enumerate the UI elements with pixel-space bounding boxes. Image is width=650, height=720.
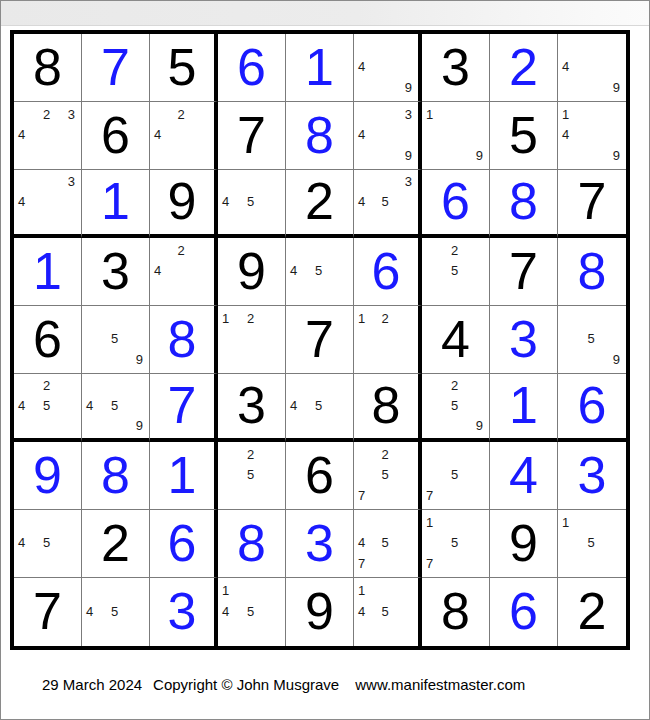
pencil-marks: 45	[86, 580, 143, 643]
cell-r7c4[interactable]: 25	[218, 442, 286, 510]
cell-r9c1[interactable]: 7	[14, 578, 82, 646]
cell-r5c8[interactable]: 3	[490, 306, 558, 374]
solved-digit: 6	[509, 585, 538, 639]
cell-r6c7[interactable]: 259	[422, 374, 490, 442]
candidate-9: 9	[464, 145, 483, 166]
cell-r6c9[interactable]: 6	[558, 374, 626, 442]
given-digit: 9	[237, 245, 266, 299]
candidate-1: 1	[222, 580, 241, 601]
solved-digit: 2	[509, 41, 538, 95]
given-digit: 5	[168, 41, 197, 95]
cell-r3c9[interactable]: 7	[558, 170, 626, 238]
candidate-5: 5	[105, 396, 124, 416]
pencil-marks: 59	[562, 308, 620, 370]
cell-r7c9[interactable]: 3	[558, 442, 626, 510]
candidate-4: 4	[86, 601, 105, 622]
candidate-4: 4	[18, 533, 37, 554]
candidate-5: 5	[445, 261, 464, 282]
candidate-9: 9	[124, 415, 143, 435]
candidate-3: 3	[56, 172, 75, 192]
candidate-1: 1	[222, 308, 241, 329]
candidate-5: 5	[241, 601, 260, 622]
solved-digit: 4	[509, 449, 538, 503]
pencil-marks: 15	[562, 512, 620, 574]
candidate-4: 4	[18, 125, 37, 146]
cell-r1c9[interactable]: 49	[558, 34, 626, 102]
candidate-2: 2	[445, 376, 464, 396]
cell-r6c8[interactable]: 1	[490, 374, 558, 442]
given-digit: 8	[372, 379, 401, 433]
cell-r2c4[interactable]: 7	[218, 102, 286, 170]
candidate-9: 9	[124, 349, 143, 370]
solved-digit: 7	[168, 379, 197, 433]
sudoku-grid: 8756149324923462478349195149341945234568…	[10, 30, 630, 650]
cell-r8c3[interactable]: 6	[150, 510, 218, 578]
solved-digit: 8	[578, 245, 607, 299]
given-digit: 4	[441, 313, 470, 367]
header-bar	[1, 1, 649, 26]
solved-digit: 6	[372, 245, 401, 299]
candidate-1: 1	[358, 580, 376, 601]
pencil-marks: 25	[426, 240, 483, 302]
cell-r7c3[interactable]: 1	[150, 442, 218, 510]
candidate-4: 4	[358, 192, 376, 212]
candidate-5: 5	[376, 533, 394, 554]
solved-digit: 8	[509, 175, 538, 229]
candidate-4: 4	[18, 396, 37, 416]
cell-r7c8[interactable]: 4	[490, 442, 558, 510]
candidate-5: 5	[445, 396, 464, 416]
pencil-marks: 45	[290, 240, 347, 302]
cell-r4c6[interactable]: 6	[354, 238, 422, 306]
solved-digit: 3	[305, 517, 334, 571]
cell-r3c7[interactable]: 6	[422, 170, 490, 238]
pencil-marks: 349	[358, 104, 412, 166]
solved-digit: 6	[441, 175, 470, 229]
cell-r8c9[interactable]: 15	[558, 510, 626, 578]
candidate-2: 2	[241, 444, 260, 465]
solved-digit: 8	[237, 517, 266, 571]
cell-r2c7[interactable]: 19	[422, 102, 490, 170]
candidate-9: 9	[601, 349, 620, 370]
pencil-marks: 145	[222, 580, 279, 643]
candidate-1: 1	[562, 512, 581, 533]
given-digit: 8	[441, 585, 470, 639]
candidate-5: 5	[105, 601, 124, 622]
cell-r8c5[interactable]: 3	[286, 510, 354, 578]
pencil-marks: 45	[290, 376, 347, 435]
footer-website: www.manifestmaster.com	[355, 677, 525, 693]
cell-r3c2[interactable]: 1	[82, 170, 150, 238]
candidate-2: 2	[172, 104, 190, 125]
given-digit: 5	[509, 109, 538, 163]
cell-r4c1[interactable]: 1	[14, 238, 82, 306]
candidate-7: 7	[358, 553, 376, 574]
pencil-marks: 12	[222, 308, 279, 370]
cell-r5c6[interactable]: 12	[354, 306, 422, 374]
cell-r4c5[interactable]: 45	[286, 238, 354, 306]
cell-r6c6[interactable]: 8	[354, 374, 422, 442]
candidate-5: 5	[241, 192, 260, 212]
cell-r7c7[interactable]: 57	[422, 442, 490, 510]
solved-digit: 6	[578, 379, 607, 433]
cell-r3c5[interactable]: 2	[286, 170, 354, 238]
given-digit: 8	[33, 41, 62, 95]
cell-r4c3[interactable]: 24	[150, 238, 218, 306]
page: 8756149324923462478349195149341945234568…	[0, 0, 650, 720]
candidate-5: 5	[37, 396, 56, 416]
given-digit: 9	[509, 517, 538, 571]
solved-digit: 9	[33, 449, 62, 503]
cell-r4c2[interactable]: 3	[82, 238, 150, 306]
cell-r9c9[interactable]: 2	[558, 578, 626, 646]
given-digit: 2	[578, 585, 607, 639]
candidate-1: 1	[562, 104, 581, 125]
pencil-marks: 59	[86, 308, 143, 370]
pencil-marks: 45	[222, 172, 279, 231]
cell-r1c4[interactable]: 6	[218, 34, 286, 102]
pencil-marks: 259	[426, 376, 483, 435]
given-digit: 9	[305, 585, 334, 639]
candidate-2: 2	[37, 104, 56, 125]
candidate-2: 2	[376, 444, 394, 465]
cell-r2c6[interactable]: 349	[354, 102, 422, 170]
given-digit: 7	[305, 313, 334, 367]
cell-r2c2[interactable]: 6	[82, 102, 150, 170]
candidate-4: 4	[154, 125, 172, 146]
candidate-9: 9	[601, 77, 620, 98]
given-digit: 2	[101, 517, 130, 571]
cell-r2c1[interactable]: 234	[14, 102, 82, 170]
cell-r9c2[interactable]: 45	[82, 578, 150, 646]
cell-r9c4[interactable]: 145	[218, 578, 286, 646]
cell-r2c8[interactable]: 5	[490, 102, 558, 170]
cell-r3c1[interactable]: 34	[14, 170, 82, 238]
cell-r5c7[interactable]: 4	[422, 306, 490, 374]
candidate-4: 4	[18, 192, 37, 212]
cell-r9c8[interactable]: 6	[490, 578, 558, 646]
given-digit: 7	[33, 585, 62, 639]
pencil-marks: 57	[426, 444, 483, 506]
pencil-marks: 234	[18, 104, 75, 166]
pencil-marks: 24	[154, 240, 208, 302]
candidate-5: 5	[37, 533, 56, 554]
pencil-marks: 19	[426, 104, 483, 166]
candidate-2: 2	[172, 240, 190, 261]
cell-r1c6[interactable]: 49	[354, 34, 422, 102]
cell-r6c4[interactable]: 3	[218, 374, 286, 442]
candidate-7: 7	[426, 485, 445, 506]
candidate-5: 5	[241, 465, 260, 486]
candidate-9: 9	[464, 415, 483, 435]
cell-r1c1[interactable]: 8	[14, 34, 82, 102]
given-digit: 7	[509, 245, 538, 299]
candidate-4: 4	[358, 57, 376, 78]
cell-r9c3[interactable]: 3	[150, 578, 218, 646]
solved-digit: 1	[168, 449, 197, 503]
cell-r5c3[interactable]: 8	[150, 306, 218, 374]
candidate-7: 7	[426, 553, 445, 574]
cell-r8c6[interactable]: 457	[354, 510, 422, 578]
candidate-7: 7	[358, 485, 376, 506]
candidate-5: 5	[581, 329, 600, 350]
candidate-5: 5	[309, 261, 328, 282]
cell-r4c4[interactable]: 9	[218, 238, 286, 306]
cell-r9c5[interactable]: 9	[286, 578, 354, 646]
cell-r7c6[interactable]: 257	[354, 442, 422, 510]
solved-digit: 8	[305, 109, 334, 163]
pencil-marks: 49	[562, 36, 620, 98]
solved-digit: 1	[33, 245, 62, 299]
cell-r5c5[interactable]: 7	[286, 306, 354, 374]
pencil-marks: 149	[562, 104, 620, 166]
candidate-2: 2	[37, 376, 56, 396]
pencil-marks: 25	[222, 444, 279, 506]
pencil-marks: 245	[18, 376, 75, 435]
pencil-marks: 49	[358, 36, 412, 98]
candidate-5: 5	[445, 533, 464, 554]
pencil-marks: 12	[358, 308, 412, 370]
cell-r5c2[interactable]: 59	[82, 306, 150, 374]
candidate-4: 4	[290, 261, 309, 282]
cell-r1c5[interactable]: 1	[286, 34, 354, 102]
cell-r5c1[interactable]: 6	[14, 306, 82, 374]
cell-r3c8[interactable]: 8	[490, 170, 558, 238]
cell-r6c5[interactable]: 45	[286, 374, 354, 442]
candidate-5: 5	[445, 465, 464, 486]
candidate-1: 1	[358, 308, 376, 329]
solved-digit: 6	[237, 41, 266, 95]
candidate-4: 4	[222, 192, 241, 212]
candidate-4: 4	[154, 261, 172, 282]
given-digit: 9	[168, 175, 197, 229]
solved-digit: 7	[101, 41, 130, 95]
cell-r9c7[interactable]: 8	[422, 578, 490, 646]
given-digit: 3	[101, 245, 130, 299]
cell-r7c1[interactable]: 9	[14, 442, 82, 510]
solved-digit: 3	[509, 313, 538, 367]
candidate-3: 3	[394, 104, 412, 125]
given-digit: 6	[305, 449, 334, 503]
candidate-9: 9	[394, 77, 412, 98]
cell-r2c5[interactable]: 8	[286, 102, 354, 170]
given-digit: 3	[441, 41, 470, 95]
cell-r2c3[interactable]: 24	[150, 102, 218, 170]
candidate-2: 2	[445, 240, 464, 261]
given-digit: 2	[305, 175, 334, 229]
candidate-4: 4	[358, 533, 376, 554]
candidate-9: 9	[394, 145, 412, 166]
pencil-marks: 257	[358, 444, 412, 506]
given-digit: 7	[237, 109, 266, 163]
cell-r6c2[interactable]: 459	[82, 374, 150, 442]
cell-r3c3[interactable]: 9	[150, 170, 218, 238]
solved-digit: 8	[101, 449, 130, 503]
candidate-4: 4	[562, 125, 581, 146]
cell-r8c8[interactable]: 9	[490, 510, 558, 578]
cell-r1c3[interactable]: 5	[150, 34, 218, 102]
candidate-1: 1	[426, 512, 445, 533]
cell-r8c4[interactable]: 8	[218, 510, 286, 578]
solved-digit: 3	[578, 449, 607, 503]
candidate-2: 2	[376, 308, 394, 329]
pencil-marks: 157	[426, 512, 483, 574]
candidate-5: 5	[376, 601, 394, 622]
cell-r5c4[interactable]: 12	[218, 306, 286, 374]
given-digit: 6	[101, 109, 130, 163]
cell-r8c1[interactable]: 45	[14, 510, 82, 578]
cell-r9c6[interactable]: 145	[354, 578, 422, 646]
candidate-1: 1	[426, 104, 445, 125]
given-digit: 6	[33, 313, 62, 367]
cell-r1c8[interactable]: 2	[490, 34, 558, 102]
footer: 29 March 2024 Copyright © John Musgrave …	[42, 677, 525, 693]
pencil-marks: 345	[358, 172, 412, 231]
cell-r7c2[interactable]: 8	[82, 442, 150, 510]
candidate-4: 4	[86, 396, 105, 416]
solved-digit: 1	[305, 41, 334, 95]
cell-r1c2[interactable]: 7	[82, 34, 150, 102]
candidate-4: 4	[358, 125, 376, 146]
candidate-4: 4	[222, 601, 241, 622]
cell-r6c3[interactable]: 7	[150, 374, 218, 442]
candidate-5: 5	[309, 396, 328, 416]
solved-digit: 1	[101, 175, 130, 229]
pencil-marks: 457	[358, 512, 412, 574]
given-digit: 3	[237, 379, 266, 433]
cell-r4c9[interactable]: 8	[558, 238, 626, 306]
candidate-4: 4	[358, 601, 376, 622]
cell-r4c7[interactable]: 25	[422, 238, 490, 306]
pencil-marks: 24	[154, 104, 208, 166]
cell-r1c7[interactable]: 3	[422, 34, 490, 102]
footer-date: 29 March 2024	[42, 677, 142, 693]
candidate-4: 4	[290, 396, 309, 416]
cell-r2c9[interactable]: 149	[558, 102, 626, 170]
cell-r4c8[interactable]: 7	[490, 238, 558, 306]
candidate-3: 3	[394, 172, 412, 192]
solved-digit: 3	[168, 585, 197, 639]
solved-digit: 1	[509, 379, 538, 433]
candidate-5: 5	[376, 192, 394, 212]
given-digit: 7	[578, 175, 607, 229]
candidate-9: 9	[601, 145, 620, 166]
cell-r8c7[interactable]: 157	[422, 510, 490, 578]
pencil-marks: 45	[18, 512, 75, 574]
cell-r8c2[interactable]: 2	[82, 510, 150, 578]
solved-digit: 6	[168, 517, 197, 571]
candidate-5: 5	[581, 533, 600, 554]
footer-copyright: Copyright © John Musgrave	[153, 677, 339, 693]
cell-r6c1[interactable]: 245	[14, 374, 82, 442]
cell-r3c4[interactable]: 45	[218, 170, 286, 238]
candidate-5: 5	[105, 329, 124, 350]
pencil-marks: 145	[358, 580, 412, 643]
pencil-marks: 34	[18, 172, 75, 231]
cell-r3c6[interactable]: 345	[354, 170, 422, 238]
candidate-4: 4	[562, 57, 581, 78]
candidate-3: 3	[56, 104, 75, 125]
pencil-marks: 459	[86, 376, 143, 435]
cell-r7c5[interactable]: 6	[286, 442, 354, 510]
candidate-5: 5	[376, 465, 394, 486]
candidate-2: 2	[241, 308, 260, 329]
solved-digit: 8	[168, 313, 197, 367]
cell-r5c9[interactable]: 59	[558, 306, 626, 374]
